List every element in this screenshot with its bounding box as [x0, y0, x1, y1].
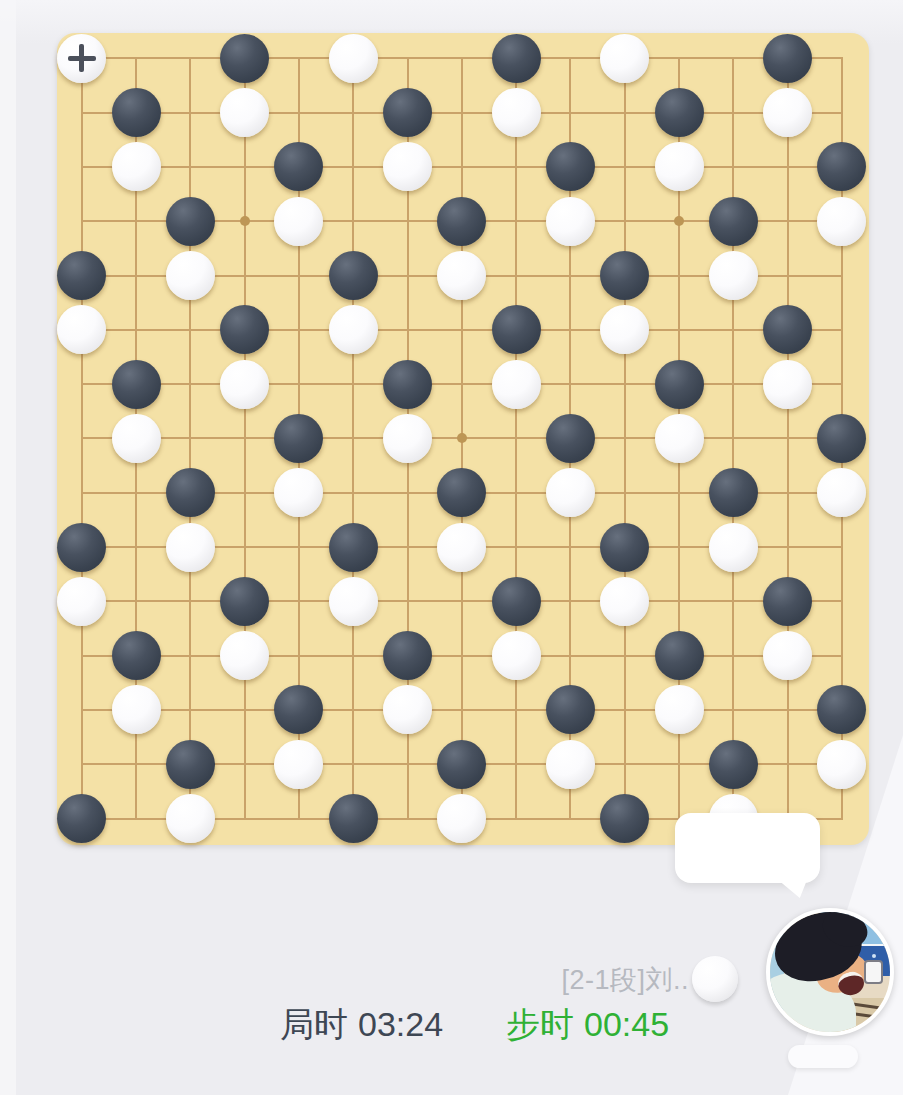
- stone-black: [763, 577, 812, 626]
- stone-white: [546, 468, 595, 517]
- last-move-marker: [68, 44, 96, 72]
- stone-white: [655, 414, 704, 463]
- grid-line-h: [81, 655, 843, 657]
- grid-line-v: [732, 57, 734, 819]
- chat-bubble-tail: [777, 880, 807, 898]
- stone-white: [329, 34, 378, 83]
- stone-white: [274, 740, 323, 789]
- stone-white: [329, 305, 378, 354]
- game-time-clock: 局时03:24: [280, 1004, 443, 1044]
- stone-white: [817, 740, 866, 789]
- white-stone-icon: [692, 956, 738, 1002]
- stone-black: [166, 468, 215, 517]
- stone-black: [817, 142, 866, 191]
- stone-white: [437, 794, 486, 843]
- stone-white: [383, 685, 432, 734]
- stone-black: [383, 88, 432, 137]
- stone-white: [166, 251, 215, 300]
- stone-black: [655, 88, 704, 137]
- stone-black: [383, 360, 432, 409]
- stone-white: [763, 360, 812, 409]
- stone-white: [709, 523, 758, 572]
- game-time-label: 局时: [280, 1005, 348, 1043]
- stone-black: [220, 577, 269, 626]
- stone-white: [57, 305, 106, 354]
- stone-black: [437, 468, 486, 517]
- stone-black: [329, 794, 378, 843]
- stone-black: [709, 468, 758, 517]
- grid-line-v: [515, 57, 517, 819]
- stone-white: [817, 468, 866, 517]
- stone-white: [166, 794, 215, 843]
- stone-black: [383, 631, 432, 680]
- stone-white: [492, 88, 541, 137]
- app-screen: [2-1段]刘.. 局时03:24 步时00:45: [0, 0, 903, 1095]
- stone-white: [437, 251, 486, 300]
- background-left-strip: [0, 0, 16, 1095]
- avatar-image: [770, 912, 784, 1032]
- stone-black: [329, 251, 378, 300]
- stone-white: [763, 88, 812, 137]
- stone-black: [817, 414, 866, 463]
- stone-black: [57, 523, 106, 572]
- player-avatar[interactable]: [766, 908, 894, 1036]
- stone-black: [492, 577, 541, 626]
- stone-black: [274, 414, 323, 463]
- stone-white: [220, 360, 269, 409]
- stone-white: [492, 631, 541, 680]
- stone-white: [220, 631, 269, 680]
- stone-white: [600, 34, 649, 83]
- stone-white: [329, 577, 378, 626]
- stone-black: [329, 523, 378, 572]
- stone-black: [274, 142, 323, 191]
- grid-line-v: [787, 57, 789, 819]
- stone-black: [492, 305, 541, 354]
- stone-black: [817, 685, 866, 734]
- stone-white: [546, 740, 595, 789]
- stone-white: [655, 142, 704, 191]
- move-time-clock: 步时00:45: [506, 1004, 669, 1044]
- stone-white: [655, 685, 704, 734]
- stone-white: [112, 142, 161, 191]
- stone-black: [166, 197, 215, 246]
- stone-white: [709, 251, 758, 300]
- stone-black: [546, 414, 595, 463]
- stone-black: [600, 523, 649, 572]
- stone-black: [57, 794, 106, 843]
- stone-white: [274, 468, 323, 517]
- grid-line-v: [624, 57, 626, 819]
- stone-white: [817, 197, 866, 246]
- stone-black: [546, 142, 595, 191]
- star-point: [240, 216, 250, 226]
- stone-white: [57, 577, 106, 626]
- stone-black: [709, 197, 758, 246]
- stone-black: [763, 34, 812, 83]
- stone-white: [383, 414, 432, 463]
- move-time-label: 步时: [506, 1005, 574, 1043]
- stone-black: [166, 740, 215, 789]
- stone-white: [600, 577, 649, 626]
- stone-black: [709, 740, 758, 789]
- player-name: [2-1段]刘..: [561, 962, 689, 998]
- stone-black: [600, 794, 649, 843]
- grid-line-h: [81, 600, 843, 602]
- stone-black: [57, 251, 106, 300]
- star-point: [457, 433, 467, 443]
- stone-white: [546, 197, 595, 246]
- stone-black: [112, 88, 161, 137]
- stone-white: [763, 631, 812, 680]
- stone-white: [492, 360, 541, 409]
- stone-white: [383, 142, 432, 191]
- chat-bubble: [675, 813, 820, 883]
- stone-black: [274, 685, 323, 734]
- stone-black: [763, 305, 812, 354]
- stone-white: [274, 197, 323, 246]
- stone-black: [492, 34, 541, 83]
- stone-black: [546, 685, 595, 734]
- move-time-value: 00:45: [584, 1005, 669, 1043]
- gomoku-board[interactable]: [57, 33, 869, 845]
- stone-white: [220, 88, 269, 137]
- bottom-right-pill: [788, 1045, 858, 1068]
- stone-white: [437, 523, 486, 572]
- stone-black: [112, 631, 161, 680]
- stone-black: [600, 251, 649, 300]
- stone-white: [112, 414, 161, 463]
- star-point: [674, 216, 684, 226]
- grid-line-h: [81, 709, 843, 711]
- stone-white: [166, 523, 215, 572]
- stone-black: [655, 360, 704, 409]
- game-time-value: 03:24: [358, 1005, 443, 1043]
- stone-black: [220, 305, 269, 354]
- stone-black: [437, 197, 486, 246]
- stone-black: [655, 631, 704, 680]
- stone-white: [112, 685, 161, 734]
- stone-black: [437, 740, 486, 789]
- stone-black: [220, 34, 269, 83]
- stone-white: [600, 305, 649, 354]
- stone-black: [112, 360, 161, 409]
